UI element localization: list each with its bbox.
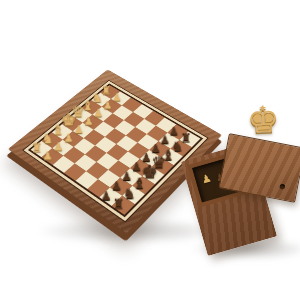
storage-box: ♟ ♟ ♚ — [195, 120, 300, 255]
lid-pin-hole — [279, 184, 285, 190]
chessboard-scene: ♜♟♟♜♞♟♟♞♝♟♟♝♛♟♟♛♚♟♟♚♝♟♟♝♞♟♟♞♜♟♟♜ — [40, 66, 192, 218]
piece-light-pawn-in-box: ♟ — [200, 172, 213, 185]
piece-white-rook: ♜ — [29, 142, 44, 154]
square-c8: ♝ — [161, 149, 182, 166]
piece-white-king-on-lid: ♚ — [246, 101, 280, 139]
square-e1: ♚ — [62, 116, 83, 131]
piece-white-knight: ♞ — [40, 132, 55, 145]
square-e2: ♟ — [73, 123, 94, 138]
piece-white-pawn: ♟ — [71, 124, 86, 135]
piece-black-pawn: ♟ — [98, 190, 114, 202]
squares-grid: ♜♟♟♜♞♟♟♞♝♟♟♝♛♟♟♛♚♟♟♚♝♟♟♝♞♟♟♞♜♟♟♜ — [28, 83, 203, 217]
piece-black-pawn: ♟ — [157, 134, 172, 145]
chessboard: ♜♟♟♜♞♟♟♞♝♟♟♝♛♟♟♛♚♟♟♚♝♟♟♝♞♟♟♞♜♟♟♜ — [8, 69, 222, 233]
piece-black-rook: ♜ — [111, 197, 127, 210]
piece-white-pawn: ♟ — [40, 150, 55, 161]
square-a6 — [156, 118, 177, 133]
square-e3 — [84, 130, 105, 146]
